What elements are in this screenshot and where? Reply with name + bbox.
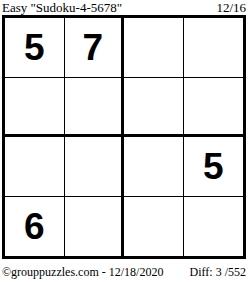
grid-cell-r1c1[interactable]: 5	[5, 18, 65, 78]
grid-cell-r4c4[interactable]	[184, 197, 244, 257]
grid-cell-r1c2[interactable]: 7	[65, 18, 125, 78]
grid-cell-r3c2[interactable]	[65, 137, 125, 197]
page-number: 12/16	[216, 1, 246, 15]
footer-copyright: ©grouppuzzles.com - 12/18/2020	[2, 265, 163, 279]
grid-cell-r4c2[interactable]	[65, 197, 125, 257]
puzzle-page: Easy "Sudoku-4-5678" 12/16 5 7 5 6 ©grou…	[0, 0, 248, 282]
grid-cell-r2c4[interactable]	[184, 78, 244, 138]
grid-cell-r4c1[interactable]: 6	[5, 197, 65, 257]
grid-cell-r4c3[interactable]	[124, 197, 184, 257]
page-header: Easy "Sudoku-4-5678" 12/16	[2, 1, 246, 15]
grid-cell-r3c1[interactable]	[5, 137, 65, 197]
grid-cell-r1c4[interactable]	[184, 18, 244, 78]
grid-cell-r2c1[interactable]	[5, 78, 65, 138]
grid-cell-r2c2[interactable]	[65, 78, 125, 138]
grid-cell-r2c3[interactable]	[124, 78, 184, 138]
grid-cell-r1c3[interactable]	[124, 18, 184, 78]
grid-cell-r3c3[interactable]	[124, 137, 184, 197]
sudoku-grid: 5 7 5 6	[2, 15, 246, 259]
page-title: Easy "Sudoku-4-5678"	[2, 1, 122, 15]
grid-cell-r3c4[interactable]: 5	[184, 137, 244, 197]
difficulty-label: Diff: 3 /552	[190, 265, 246, 279]
page-footer: ©grouppuzzles.com - 12/18/2020 Diff: 3 /…	[2, 265, 246, 280]
